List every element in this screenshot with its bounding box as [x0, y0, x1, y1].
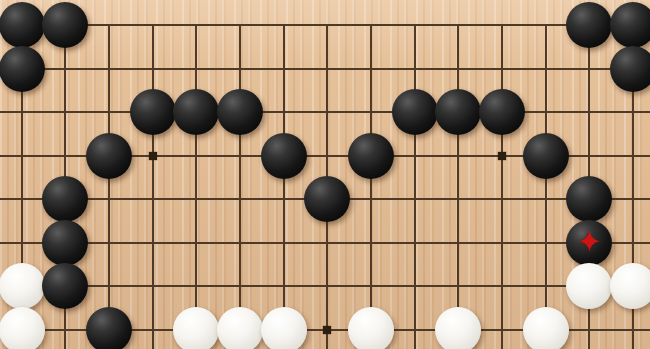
black-stone	[392, 89, 438, 135]
black-stone	[610, 46, 650, 92]
black-stone	[610, 2, 650, 48]
black-stone	[42, 263, 88, 309]
black-stone	[0, 2, 45, 48]
black-stone	[261, 133, 307, 179]
black-stone	[86, 307, 132, 349]
black-stone	[523, 133, 569, 179]
black-stone	[435, 89, 481, 135]
black-stone	[217, 89, 263, 135]
white-stone	[173, 307, 219, 349]
white-stone	[566, 263, 612, 309]
white-stone	[610, 263, 650, 309]
white-stone	[523, 307, 569, 349]
white-stone	[217, 307, 263, 349]
black-stone	[0, 46, 45, 92]
white-stone	[0, 307, 45, 349]
white-stone	[0, 263, 45, 309]
last-move-marker: ✦	[577, 227, 602, 257]
black-stone	[479, 89, 525, 135]
black-stone	[566, 2, 612, 48]
black-stone	[304, 176, 350, 222]
black-stone	[130, 89, 176, 135]
black-stone	[348, 133, 394, 179]
white-stone	[261, 307, 307, 349]
white-stone	[435, 307, 481, 349]
white-stone	[348, 307, 394, 349]
black-stone: ✦	[566, 220, 612, 266]
black-stone	[566, 176, 612, 222]
go-board[interactable]: ✦	[0, 0, 650, 349]
black-stone	[42, 176, 88, 222]
black-stone	[42, 220, 88, 266]
black-stone	[173, 89, 219, 135]
black-stone	[42, 2, 88, 48]
black-stone	[86, 133, 132, 179]
stones-layer: ✦	[0, 3, 650, 349]
